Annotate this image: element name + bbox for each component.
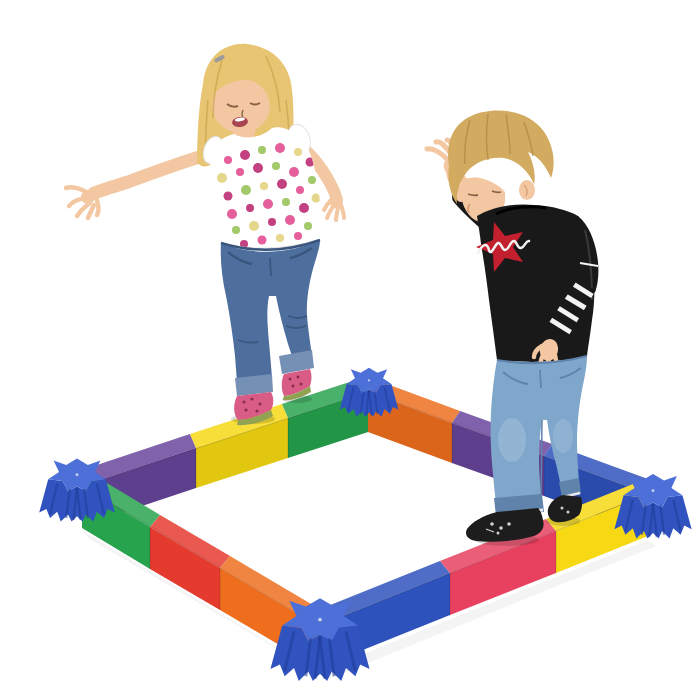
corner-connector-top [340, 368, 399, 417]
product-photo [0, 0, 700, 700]
boy-jeans [491, 356, 587, 516]
girl [66, 44, 344, 425]
balance-beam-square [39, 368, 691, 681]
girl-sock-right [282, 369, 312, 400]
boy [427, 111, 598, 546]
boy-shirt [476, 204, 598, 361]
girl-top [200, 122, 321, 252]
scene-svg [0, 0, 700, 700]
girl-left-arm [66, 152, 216, 218]
